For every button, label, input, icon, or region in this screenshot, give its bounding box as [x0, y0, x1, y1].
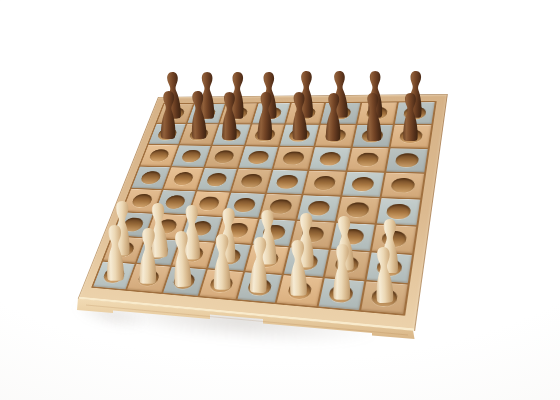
square-hole — [395, 153, 419, 167]
square-hole — [240, 174, 263, 188]
board-square[interactable] — [342, 172, 384, 197]
board-square[interactable] — [205, 146, 244, 168]
square-hole — [275, 175, 299, 189]
board-square[interactable] — [381, 173, 424, 199]
board-square[interactable] — [239, 146, 278, 168]
square-hole — [356, 153, 380, 167]
square-hole — [140, 171, 162, 184]
chess-piece-peg-light[interactable] — [329, 242, 354, 300]
square-hole — [351, 177, 375, 192]
chess-piece-peg-dark[interactable] — [400, 92, 421, 141]
chess-piece-peg-light[interactable] — [246, 236, 272, 294]
board-square[interactable] — [310, 147, 351, 170]
chess-piece-peg-light[interactable] — [169, 229, 195, 287]
chess-piece-peg-dark[interactable] — [288, 91, 310, 141]
board-square[interactable] — [231, 169, 271, 193]
board-square[interactable] — [347, 148, 388, 172]
board-square[interactable] — [274, 147, 314, 170]
chess-piece-peg-dark[interactable] — [187, 90, 210, 140]
square-hole — [213, 150, 236, 163]
chess-piece-peg-light[interactable] — [210, 233, 234, 290]
chess-piece-peg-light[interactable] — [135, 227, 160, 285]
square-hole — [247, 151, 270, 164]
board-square[interactable] — [304, 171, 345, 196]
board-square[interactable] — [164, 167, 203, 190]
square-hole — [318, 152, 342, 165]
chess-piece-peg-dark[interactable] — [157, 90, 179, 140]
chess-piece-peg-dark[interactable] — [362, 91, 385, 141]
chess-piece-peg-light[interactable] — [370, 246, 396, 304]
board-square[interactable] — [172, 145, 210, 167]
board-square[interactable] — [197, 168, 237, 191]
chess-piece-peg-dark[interactable] — [254, 91, 277, 141]
square-hole — [312, 176, 336, 190]
chess-piece-peg-light[interactable] — [102, 224, 127, 282]
square-hole — [205, 173, 228, 186]
board-square[interactable] — [386, 148, 428, 172]
square-hole — [148, 149, 170, 161]
scene: Angled overhead photograph of a minimali… — [0, 0, 560, 400]
chess-piece-peg-dark[interactable] — [219, 91, 240, 140]
square-hole — [180, 150, 202, 163]
square-hole — [172, 172, 195, 185]
chess-piece-peg-light[interactable] — [285, 239, 310, 297]
square-hole — [282, 151, 305, 164]
chess-piece-peg-dark[interactable] — [323, 91, 345, 141]
board-square[interactable] — [267, 170, 308, 194]
square-hole — [390, 178, 415, 193]
